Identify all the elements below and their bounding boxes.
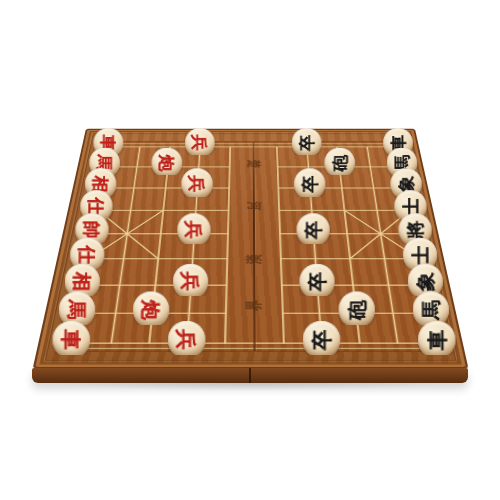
board-intersection: 卒: [298, 272, 336, 299]
product-photo-background: 車馬相仕帥仕相馬車炮炮兵兵兵兵兵車馬象士將士象馬車砲砲卒卒卒卒卒 楚河漢界: [0, 0, 500, 500]
board-playing-field: 車馬相仕帥仕相馬車炮炮兵兵兵兵兵車馬象士將士象馬車砲砲卒卒卒卒卒 楚河漢界: [58, 142, 449, 352]
board-intersection: 卒: [291, 137, 323, 156]
board-intersection: 兵: [180, 177, 213, 199]
piece-glyph: 卒: [297, 214, 328, 245]
piece-red-soldier[interactable]: 兵: [167, 321, 205, 359]
piece-glyph: 卒: [292, 129, 320, 157]
board-intersection: 兵: [171, 272, 208, 299]
piece-red-cannon[interactable]: 炮: [151, 147, 182, 178]
board-intersection: 兵: [183, 137, 214, 156]
front-edge-fold-seam: [249, 368, 251, 383]
board-intersection: 炮: [131, 299, 171, 328]
board-intersection: 砲: [322, 157, 355, 178]
piece-red-cannon[interactable]: 炮: [132, 291, 169, 328]
piece-glyph: 炮: [133, 292, 167, 326]
xiangqi-board: 車馬相仕帥仕相馬車炮炮兵兵兵兵兵車馬象士將士象馬車砲砲卒卒卒卒卒 楚河漢界: [32, 129, 468, 369]
piece-glyph: 卒: [300, 265, 333, 298]
piece-black-chariot[interactable]: 車: [417, 321, 455, 359]
piece-black-soldier[interactable]: 卒: [302, 321, 340, 359]
piece-black-soldier[interactable]: 卒: [296, 213, 329, 246]
board-front-edge: [32, 368, 468, 383]
piece-black-soldier[interactable]: 卒: [292, 128, 322, 158]
piece-glyph: 車: [418, 322, 454, 357]
piece-glyph: 車: [53, 322, 89, 357]
piece-black-soldier[interactable]: 卒: [299, 263, 334, 298]
board-intersection: 炮: [150, 157, 183, 178]
board-intersection: 卒: [293, 177, 326, 199]
piece-red-soldier[interactable]: 兵: [180, 168, 212, 199]
board-intersection: 卒: [301, 328, 341, 359]
piece-glyph: 兵: [177, 214, 208, 245]
river-inscription-char: 楚: [246, 160, 260, 168]
board-intersection: 車: [413, 328, 457, 359]
piece-glyph: 兵: [181, 169, 211, 199]
board-intersection: 車: [50, 328, 94, 359]
piece-red-soldier[interactable]: 兵: [176, 213, 209, 246]
board-intersection: 砲: [335, 299, 375, 328]
piece-black-cannon[interactable]: 砲: [338, 291, 375, 328]
piece-glyph: 兵: [173, 265, 206, 298]
board-top-surface: 車馬相仕帥仕相馬車炮炮兵兵兵兵兵車馬象士將士象馬車砲砲卒卒卒卒卒 楚河漢界: [32, 129, 468, 369]
piece-glyph: 砲: [339, 292, 373, 326]
piece-black-soldier[interactable]: 卒: [294, 168, 326, 199]
piece-red-soldier[interactable]: 兵: [184, 128, 214, 158]
piece-glyph: 兵: [185, 129, 213, 157]
piece-glyph: 兵: [168, 322, 203, 357]
piece-black-cannon[interactable]: 砲: [324, 147, 355, 178]
piece-red-chariot[interactable]: 車: [52, 321, 90, 359]
scene: 車馬相仕帥仕相馬車炮炮兵兵兵兵兵車馬象士將士象馬車砲砲卒卒卒卒卒 楚河漢界: [0, 0, 500, 500]
piece-glyph: 砲: [325, 148, 354, 177]
board-intersection: 兵: [166, 328, 206, 359]
piece-glyph: 炮: [152, 148, 181, 177]
board-intersection: 卒: [295, 222, 330, 246]
piece-glyph: 卒: [303, 322, 338, 357]
piece-red-soldier[interactable]: 兵: [172, 263, 207, 298]
piece-glyph: 卒: [295, 169, 325, 199]
board-intersection: 兵: [176, 222, 211, 246]
